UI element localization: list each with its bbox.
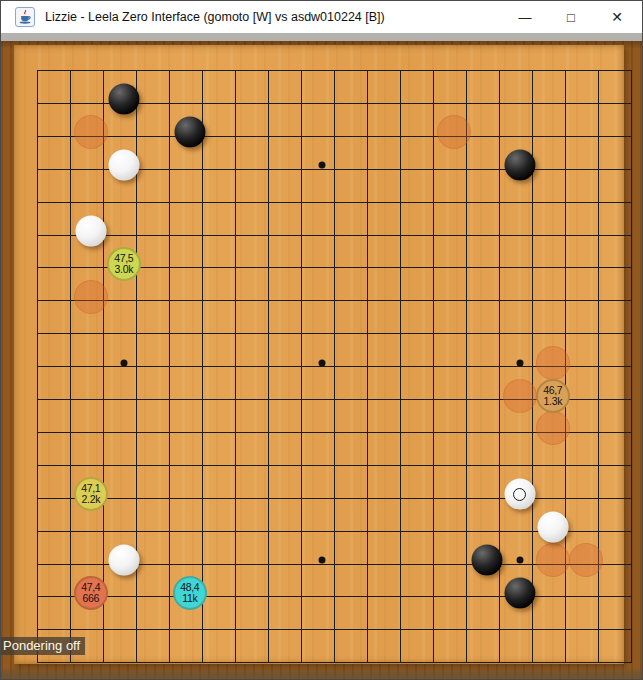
star-point-q4 <box>516 557 523 564</box>
window-controls: — □ ✕ <box>502 1 640 33</box>
titlebar[interactable]: Lizzie - Leela Zero Interface (gomoto [W… <box>1 1 642 33</box>
star-point-d10 <box>120 359 127 366</box>
stone-black-p4[interactable] <box>471 545 502 576</box>
faint-candidate-o17[interactable] <box>437 115 471 149</box>
faint-candidate-c12[interactable] <box>74 280 108 314</box>
last-move-stone-q6[interactable] <box>504 479 535 510</box>
window-inner-margin <box>1 33 642 41</box>
star-point-q10 <box>516 359 523 366</box>
candidate-move-d13[interactable]: 47,53.0k <box>107 247 141 281</box>
star-point-k10 <box>318 359 325 366</box>
stone-white-d16[interactable] <box>108 150 139 181</box>
candidate-move-c6[interactable]: 47,12.2k <box>74 477 108 511</box>
java-app-icon <box>15 7 35 27</box>
candidate-visits: 3.0k <box>114 264 133 275</box>
candidate-visits: 666 <box>82 593 99 604</box>
minimize-button[interactable]: — <box>502 1 548 33</box>
faint-candidate-r10[interactable] <box>536 346 570 380</box>
faint-candidate-s4[interactable] <box>569 543 603 577</box>
stone-black-q3[interactable] <box>504 577 535 608</box>
lizzie-window: Lizzie - Leela Zero Interface (gomoto [W… <box>0 0 643 680</box>
stone-black-q16[interactable] <box>504 150 535 181</box>
candidate-move-c3[interactable]: 47,4666 <box>74 576 108 610</box>
pondering-status: Pondering off <box>1 637 85 655</box>
stone-black-d18[interactable] <box>108 84 139 115</box>
stone-white-c14[interactable] <box>75 216 106 247</box>
goban[interactable]: 48,411k47,53.0k47,12.2k47,466646,71.3k <box>14 45 624 664</box>
maximize-button[interactable]: □ <box>548 1 594 33</box>
faint-candidate-q9[interactable] <box>503 379 537 413</box>
candidate-move-r9[interactable]: 46,71.3k <box>536 379 570 413</box>
faint-candidate-r8[interactable] <box>536 411 570 445</box>
star-point-k16 <box>318 162 325 169</box>
faint-candidate-c17[interactable] <box>74 115 108 149</box>
last-move-marker <box>513 488 526 501</box>
close-button[interactable]: ✕ <box>594 1 640 33</box>
stone-white-d4[interactable] <box>108 545 139 576</box>
candidate-visits: 2.2k <box>81 494 100 505</box>
candidate-move-f3[interactable]: 48,411k <box>173 576 207 610</box>
stone-black-f17[interactable] <box>174 117 205 148</box>
star-point-k4 <box>318 557 325 564</box>
candidate-visits: 11k <box>182 593 197 604</box>
faint-candidate-r4[interactable] <box>536 543 570 577</box>
board-frame: 48,411k47,53.0k47,12.2k47,466646,71.3k <box>1 41 643 680</box>
stone-white-r5[interactable] <box>537 512 568 543</box>
window-title: Lizzie - Leela Zero Interface (gomoto [W… <box>45 1 385 33</box>
candidate-visits: 1.3k <box>543 396 562 407</box>
